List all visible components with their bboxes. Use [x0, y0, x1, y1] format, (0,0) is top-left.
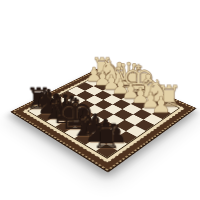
product-photo: ♜♞♝♛♚♝♞♜♟♟♟♟♟♟♟♟♟♟♟♟♟♟♟♟♜♞♝♛♚♝♞♜ — [0, 0, 200, 200]
board-grid: ♜♞♝♛♚♝♞♜♟♟♟♟♟♟♟♟♟♟♟♟♟♟♟♟♜♞♝♛♚♝♞♜ — [29, 74, 179, 158]
perspective-wrapper: ♜♞♝♛♚♝♞♜♟♟♟♟♟♟♟♟♟♟♟♟♟♟♟♟♜♞♝♛♚♝♞♜ — [0, 0, 200, 200]
white-pawn-glyph: ♟ — [135, 94, 188, 116]
black-rook-glyph: ♜ — [77, 121, 137, 154]
chessboard: ♜♞♝♛♚♝♞♜♟♟♟♟♟♟♟♟♟♟♟♟♟♟♟♟♜♞♝♛♚♝♞♜ — [10, 67, 197, 173]
